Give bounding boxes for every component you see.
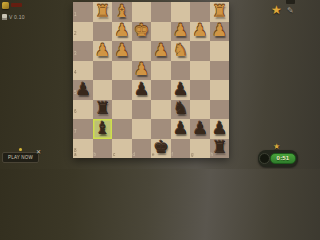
square-d6[interactable] (132, 100, 152, 120)
square-c8[interactable]: c (112, 139, 132, 159)
square-c5[interactable] (112, 80, 132, 100)
rank-label: 3 (74, 52, 77, 57)
square-f6[interactable]: ♞ (171, 100, 191, 120)
pawn-badge-icon (2, 14, 7, 20)
rank-label: 2 (74, 32, 77, 37)
version-label: V 0.10 (9, 14, 25, 20)
rank-label: 7 (74, 130, 77, 135)
square-a4[interactable]: 4 (73, 61, 93, 81)
square-a1[interactable]: 1 (73, 2, 93, 22)
square-b6[interactable]: ♜ (93, 100, 113, 120)
square-h7[interactable]: ♟ (210, 119, 230, 139)
square-e7[interactable] (151, 119, 171, 139)
rank-label: 6 (74, 110, 77, 115)
square-e8[interactable]: e♚ (151, 139, 171, 159)
piece-black-pawn: ♟ (171, 118, 191, 138)
square-d8[interactable]: d (132, 139, 152, 159)
version-row: V 0.10 (2, 14, 25, 20)
piece-white-rook: ♜ (210, 1, 230, 21)
piece-black-pawn: ♟ (132, 79, 152, 99)
square-f3[interactable]: ♞ (171, 41, 191, 61)
square-d2[interactable]: ♚ (132, 22, 152, 42)
square-e4[interactable] (151, 61, 171, 81)
square-e2[interactable] (151, 22, 171, 42)
square-e6[interactable] (151, 100, 171, 120)
square-h3[interactable] (210, 41, 230, 61)
star-icon[interactable]: ★ (271, 4, 282, 16)
square-d7[interactable] (132, 119, 152, 139)
square-f7[interactable]: ♟ (171, 119, 191, 139)
square-f5[interactable]: ♟ (171, 80, 191, 100)
square-a5[interactable]: 5♟ (73, 80, 93, 100)
top-right-tab (286, 0, 295, 4)
piece-white-pawn: ♟ (210, 21, 230, 41)
square-f8[interactable]: f (171, 139, 191, 159)
play-now-toast[interactable]: PLAY NOW (2, 152, 39, 163)
piece-white-rook: ♜ (93, 1, 113, 21)
square-d4[interactable]: ♟ (132, 61, 152, 81)
piece-white-king: ♚ (132, 21, 152, 41)
square-g5[interactable] (190, 80, 210, 100)
square-h2[interactable]: ♟ (210, 22, 230, 42)
square-g6[interactable] (190, 100, 210, 120)
pencil-icon[interactable]: ✎ (287, 7, 294, 15)
piece-black-knight: ♞ (171, 99, 191, 119)
square-d3[interactable] (132, 41, 152, 61)
square-g1[interactable] (190, 2, 210, 22)
file-label: g (191, 153, 194, 158)
square-g7[interactable]: ♟ (190, 119, 210, 139)
file-label: e (152, 153, 155, 158)
square-g2[interactable]: ♟ (190, 22, 210, 42)
notification-dot-icon (19, 148, 22, 151)
piece-white-bishop: ♝ (112, 1, 132, 21)
square-c4[interactable] (112, 61, 132, 81)
square-f1[interactable] (171, 2, 191, 22)
toast-label: PLAY NOW (8, 155, 33, 160)
square-f4[interactable] (171, 61, 191, 81)
square-h6[interactable] (210, 100, 230, 120)
square-e5[interactable] (151, 80, 171, 100)
timer-value: 0:51 (277, 155, 290, 161)
piece-black-bishop: ♝ (93, 118, 113, 138)
file-label: h (211, 153, 214, 158)
badge-star-icon: ★ (273, 143, 280, 151)
rank-label: 1 (74, 13, 77, 18)
chess-board: 1♜♝♜2♟♚♟♟♟3♟♟♟♞4♟5♟♟♟6♜♞7♝♟♟♟8abcde♚fgh♜ (73, 2, 229, 158)
square-g8[interactable]: g (190, 139, 210, 159)
piece-white-pawn: ♟ (112, 21, 132, 41)
square-b1[interactable]: ♜ (93, 2, 113, 22)
square-b3[interactable]: ♟ (93, 41, 113, 61)
piece-black-rook: ♜ (93, 99, 113, 119)
file-label: b (94, 153, 97, 158)
square-a8[interactable]: 8a (73, 139, 93, 159)
piece-white-pawn: ♟ (190, 21, 210, 41)
square-c7[interactable] (112, 119, 132, 139)
piece-white-pawn: ♟ (151, 40, 171, 60)
square-g4[interactable] (190, 61, 210, 81)
piece-white-pawn: ♟ (93, 40, 113, 60)
file-label: d (133, 153, 136, 158)
square-b8[interactable]: b (93, 139, 113, 159)
piece-white-pawn: ♟ (112, 40, 132, 60)
square-d1[interactable] (132, 2, 152, 22)
app-screen: { "game": "chess", "position": { "fen": … (0, 0, 300, 169)
rank-label: 5 (74, 91, 77, 96)
timer-pill: 0:51 (270, 153, 296, 164)
square-h5[interactable] (210, 80, 230, 100)
piece-black-pawn: ♟ (210, 118, 230, 138)
square-b2[interactable] (93, 22, 113, 42)
square-g3[interactable] (190, 41, 210, 61)
square-h4[interactable] (210, 61, 230, 81)
square-h1[interactable]: ♜ (210, 2, 230, 22)
square-a3[interactable]: 3 (73, 41, 93, 61)
gold-chip-icon (2, 2, 9, 9)
square-b7[interactable]: ♝ (93, 119, 113, 139)
badge-circle-icon (259, 153, 270, 164)
status-readout (11, 3, 22, 8)
square-f2[interactable]: ♟ (171, 22, 191, 42)
square-a2[interactable]: 2 (73, 22, 93, 42)
square-e1[interactable] (151, 2, 171, 22)
piece-white-knight: ♞ (171, 40, 191, 60)
square-a6[interactable]: 6 (73, 100, 93, 120)
file-label: a (74, 153, 77, 158)
square-c6[interactable] (112, 100, 132, 120)
square-h8[interactable]: h♜ (210, 139, 230, 159)
square-b5[interactable] (93, 80, 113, 100)
square-b4[interactable] (93, 61, 113, 81)
piece-white-pawn: ♟ (171, 21, 191, 41)
piece-black-pawn: ♟ (171, 79, 191, 99)
square-d5[interactable]: ♟ (132, 80, 152, 100)
rank-label: 4 (74, 71, 77, 76)
file-label: c (113, 153, 115, 158)
piece-white-pawn: ♟ (132, 60, 152, 80)
file-label: f (172, 153, 173, 158)
square-a7[interactable]: 7 (73, 119, 93, 139)
square-c1[interactable]: ♝ (112, 2, 132, 22)
piece-black-pawn: ♟ (190, 118, 210, 138)
square-e3[interactable]: ♟ (151, 41, 171, 61)
square-c3[interactable]: ♟ (112, 41, 132, 61)
square-c2[interactable]: ♟ (112, 22, 132, 42)
close-icon[interactable]: ✕ (36, 149, 41, 155)
